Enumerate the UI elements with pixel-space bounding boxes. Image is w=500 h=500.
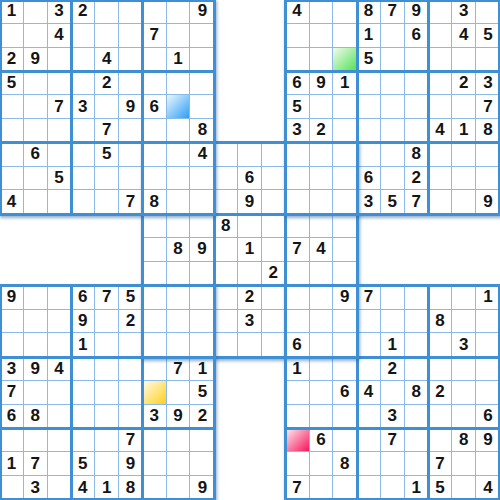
cell-top-left-r8c8[interactable]	[167, 167, 191, 191]
cell-bottom-left-r8c8[interactable]	[167, 452, 191, 476]
cell-top-left-r7c2[interactable]: 6	[24, 143, 48, 167]
cell-bottom-right-r8c2[interactable]	[310, 452, 334, 476]
cell-bottom-left-r1c4[interactable]: 6	[71, 286, 95, 310]
cell-bottom-left-r2c6[interactable]: 2	[119, 310, 143, 334]
cell-top-left-r1c9[interactable]: 9	[190, 0, 214, 24]
cell-top-left-r6c4[interactable]	[71, 119, 95, 143]
cell-top-right-r1c6[interactable]: 9	[405, 0, 429, 24]
cell-top-left-r5c2[interactable]	[24, 95, 48, 119]
cell-center-r5c3[interactable]: 9	[190, 238, 214, 262]
cell-bottom-right-r2c3[interactable]	[333, 310, 357, 334]
cell-top-right-r4c4[interactable]	[357, 71, 381, 95]
cell-top-left-r4c3[interactable]	[48, 71, 72, 95]
cell-bottom-left-r4c6[interactable]	[119, 357, 143, 381]
cell-center-r4c5[interactable]	[238, 214, 262, 238]
cell-bottom-left-r4c1[interactable]: 3	[0, 357, 24, 381]
cell-center-r6c3[interactable]	[190, 262, 214, 286]
cell-top-left-r8c3[interactable]: 5	[48, 167, 72, 191]
cell-center-r3c6[interactable]	[262, 190, 286, 214]
cell-bottom-left-r5c8[interactable]	[167, 381, 191, 405]
highlighted-cell-yellow-bottom-left-r5c7[interactable]	[143, 381, 167, 405]
cell-top-right-r5c2[interactable]	[310, 95, 334, 119]
cell-top-left-r6c3[interactable]	[48, 119, 72, 143]
cell-bottom-left-r2c8[interactable]	[167, 310, 191, 334]
cell-top-right-r1c5[interactable]: 7	[381, 0, 405, 24]
cell-bottom-right-r1c7[interactable]	[429, 286, 453, 310]
cell-bottom-left-r8c3[interactable]	[48, 452, 72, 476]
cell-top-right-r4c8[interactable]: 2	[452, 71, 476, 95]
cell-top-right-r9c7[interactable]	[429, 190, 453, 214]
cell-top-right-r7c5[interactable]	[381, 143, 405, 167]
cell-top-left-r7c5[interactable]: 5	[95, 143, 119, 167]
highlighted-cell-pink-bottom-right-r7c1[interactable]	[286, 429, 310, 453]
cell-top-right-r3c2[interactable]	[310, 48, 334, 72]
cell-center-r5c7[interactable]: 7	[286, 238, 310, 262]
cell-top-right-r3c7[interactable]	[429, 48, 453, 72]
cell-bottom-right-r9c7[interactable]: 5	[429, 476, 453, 500]
cell-center-r9c5[interactable]	[238, 333, 262, 357]
cell-bottom-left-r9c4[interactable]: 4	[71, 476, 95, 500]
cell-top-right-r1c9[interactable]	[476, 0, 500, 24]
cell-bottom-right-r3c5[interactable]: 1	[381, 333, 405, 357]
cell-bottom-left-r3c5[interactable]	[95, 333, 119, 357]
cell-bottom-right-r3c8[interactable]: 3	[452, 333, 476, 357]
cell-center-r2c4[interactable]	[214, 167, 238, 191]
cell-top-right-r8c6[interactable]: 2	[405, 167, 429, 191]
cell-bottom-left-r3c4[interactable]: 1	[71, 333, 95, 357]
cell-top-left-r7c1[interactable]	[0, 143, 24, 167]
cell-top-left-r5c6[interactable]: 9	[119, 95, 143, 119]
cell-bottom-left-r4c5[interactable]	[95, 357, 119, 381]
cell-bottom-right-r8c9[interactable]	[476, 452, 500, 476]
cell-bottom-left-r9c1[interactable]	[0, 476, 24, 500]
cell-bottom-left-r2c7[interactable]	[143, 310, 167, 334]
cell-top-left-r3c4[interactable]	[71, 48, 95, 72]
cell-bottom-left-r6c3[interactable]	[48, 405, 72, 429]
cell-center-r7c6[interactable]	[262, 286, 286, 310]
cell-top-right-r9c5[interactable]: 5	[381, 190, 405, 214]
cell-bottom-right-r3c4[interactable]	[357, 333, 381, 357]
cell-top-right-r3c4[interactable]: 5	[357, 48, 381, 72]
cell-top-right-r1c1[interactable]: 4	[286, 0, 310, 24]
cell-center-r4c4[interactable]: 8	[214, 214, 238, 238]
cell-bottom-right-r5c5[interactable]	[381, 381, 405, 405]
cell-bottom-right-r6c8[interactable]	[452, 405, 476, 429]
cell-bottom-right-r2c7[interactable]: 8	[429, 310, 453, 334]
cell-bottom-right-r8c7[interactable]: 7	[429, 452, 453, 476]
cell-top-left-r4c2[interactable]	[24, 71, 48, 95]
cell-bottom-right-r6c7[interactable]	[429, 405, 453, 429]
cell-bottom-left-r4c9[interactable]: 1	[190, 357, 214, 381]
cell-bottom-right-r8c5[interactable]	[381, 452, 405, 476]
cell-top-left-r6c9[interactable]: 8	[190, 119, 214, 143]
cell-bottom-left-r7c7[interactable]	[143, 429, 167, 453]
cell-top-right-r7c8[interactable]	[452, 143, 476, 167]
cell-bottom-right-r5c2[interactable]	[310, 381, 334, 405]
cell-bottom-left-r8c4[interactable]: 5	[71, 452, 95, 476]
cell-bottom-right-r9c8[interactable]	[452, 476, 476, 500]
cell-center-r6c8[interactable]	[310, 262, 334, 286]
cell-center-r1c6[interactable]	[262, 143, 286, 167]
cell-top-left-r6c5[interactable]: 7	[95, 119, 119, 143]
cell-bottom-left-r3c6[interactable]	[119, 333, 143, 357]
cell-top-right-r5c5[interactable]	[381, 95, 405, 119]
cell-top-left-r1c8[interactable]	[167, 0, 191, 24]
cell-bottom-right-r2c1[interactable]	[286, 310, 310, 334]
cell-top-right-r7c4[interactable]	[357, 143, 381, 167]
cell-top-right-r8c2[interactable]	[310, 167, 334, 191]
cell-center-r3c4[interactable]	[214, 190, 238, 214]
cell-bottom-left-r3c1[interactable]	[0, 333, 24, 357]
cell-top-right-r8c1[interactable]	[286, 167, 310, 191]
cell-bottom-left-r9c9[interactable]: 9	[190, 476, 214, 500]
cell-bottom-right-r5c9[interactable]	[476, 381, 500, 405]
cell-top-left-r3c2[interactable]: 9	[24, 48, 48, 72]
cell-top-right-r4c7[interactable]	[429, 71, 453, 95]
cell-top-right-r2c8[interactable]: 4	[452, 24, 476, 48]
cell-bottom-right-r6c4[interactable]	[357, 405, 381, 429]
cell-bottom-left-r7c8[interactable]	[167, 429, 191, 453]
cell-center-r7c5[interactable]: 2	[238, 286, 262, 310]
cell-top-left-r1c1[interactable]: 1	[0, 0, 24, 24]
cell-bottom-right-r8c8[interactable]	[452, 452, 476, 476]
cell-top-left-r1c3[interactable]: 3	[48, 0, 72, 24]
cell-bottom-right-r9c1[interactable]: 7	[286, 476, 310, 500]
cell-bottom-left-r1c1[interactable]: 9	[0, 286, 24, 310]
cell-bottom-right-r1c8[interactable]	[452, 286, 476, 310]
cell-center-r6c7[interactable]	[286, 262, 310, 286]
cell-bottom-left-r6c4[interactable]	[71, 405, 95, 429]
cell-bottom-right-r9c9[interactable]: 4	[476, 476, 500, 500]
cell-bottom-right-r3c2[interactable]	[310, 333, 334, 357]
cell-bottom-left-r2c2[interactable]	[24, 310, 48, 334]
cell-bottom-right-r7c9[interactable]: 9	[476, 429, 500, 453]
cell-top-right-r1c7[interactable]	[429, 0, 453, 24]
cell-top-right-r1c2[interactable]	[310, 0, 334, 24]
cell-bottom-right-r4c6[interactable]	[405, 357, 429, 381]
cell-top-left-r6c1[interactable]	[0, 119, 24, 143]
cell-top-right-r4c2[interactable]: 9	[310, 71, 334, 95]
cell-top-right-r9c6[interactable]: 7	[405, 190, 429, 214]
cell-top-right-r2c5[interactable]	[381, 24, 405, 48]
cell-bottom-right-r6c6[interactable]	[405, 405, 429, 429]
cell-top-right-r2c2[interactable]	[310, 24, 334, 48]
cell-bottom-left-r2c4[interactable]: 9	[71, 310, 95, 334]
cell-center-r6c5[interactable]	[238, 262, 262, 286]
cell-top-left-r2c2[interactable]	[24, 24, 48, 48]
cell-bottom-right-r4c1[interactable]: 1	[286, 357, 310, 381]
cell-center-r8c5[interactable]: 3	[238, 310, 262, 334]
cell-top-right-r9c2[interactable]	[310, 190, 334, 214]
cell-center-r5c8[interactable]: 4	[310, 238, 334, 262]
cell-top-left-r2c6[interactable]	[119, 24, 143, 48]
cell-bottom-left-r7c3[interactable]	[48, 429, 72, 453]
cell-top-left-r8c7[interactable]	[143, 167, 167, 191]
cell-top-right-r5c8[interactable]	[452, 95, 476, 119]
cell-top-right-r7c1[interactable]	[286, 143, 310, 167]
cell-bottom-left-r1c3[interactable]	[48, 286, 72, 310]
cell-top-right-r3c5[interactable]	[381, 48, 405, 72]
cell-top-right-r7c9[interactable]	[476, 143, 500, 167]
cell-bottom-right-r8c1[interactable]	[286, 452, 310, 476]
cell-bottom-left-r6c7[interactable]: 3	[143, 405, 167, 429]
cell-top-left-r7c7[interactable]	[143, 143, 167, 167]
cell-bottom-right-r5c7[interactable]: 2	[429, 381, 453, 405]
cell-center-r8c4[interactable]	[214, 310, 238, 334]
cell-top-left-r1c2[interactable]	[24, 0, 48, 24]
cell-center-r8c6[interactable]	[262, 310, 286, 334]
cell-top-left-r7c6[interactable]	[119, 143, 143, 167]
cell-top-left-r8c2[interactable]	[24, 167, 48, 191]
cell-center-r4c8[interactable]	[310, 214, 334, 238]
cell-bottom-left-r7c5[interactable]	[95, 429, 119, 453]
cell-top-right-r6c2[interactable]: 2	[310, 119, 334, 143]
cell-top-left-r4c1[interactable]: 5	[0, 71, 24, 95]
cell-top-right-r5c4[interactable]	[357, 95, 381, 119]
cell-top-left-r9c4[interactable]	[71, 190, 95, 214]
cell-bottom-left-r6c2[interactable]: 8	[24, 405, 48, 429]
cell-top-left-r6c8[interactable]	[167, 119, 191, 143]
cell-top-right-r7c7[interactable]	[429, 143, 453, 167]
cell-bottom-left-r2c1[interactable]	[0, 310, 24, 334]
cell-bottom-right-r2c5[interactable]	[381, 310, 405, 334]
cell-bottom-left-r4c2[interactable]: 9	[24, 357, 48, 381]
cell-bottom-left-r2c3[interactable]	[48, 310, 72, 334]
cell-top-left-r2c1[interactable]	[0, 24, 24, 48]
cell-top-right-r7c2[interactable]	[310, 143, 334, 167]
cell-bottom-right-r6c2[interactable]	[310, 405, 334, 429]
cell-top-left-r9c3[interactable]	[48, 190, 72, 214]
cell-top-right-r3c6[interactable]	[405, 48, 429, 72]
cell-center-r6c2[interactable]	[167, 262, 191, 286]
cell-bottom-left-r5c5[interactable]	[95, 381, 119, 405]
cell-top-left-r5c9[interactable]	[190, 95, 214, 119]
cell-top-right-r3c9[interactable]	[476, 48, 500, 72]
cell-top-right-r2c7[interactable]	[429, 24, 453, 48]
cell-top-left-r5c4[interactable]: 3	[71, 95, 95, 119]
cell-top-left-r2c3[interactable]: 4	[48, 24, 72, 48]
cell-top-left-r1c4[interactable]: 2	[71, 0, 95, 24]
cell-top-right-r5c6[interactable]	[405, 95, 429, 119]
cell-top-right-r4c1[interactable]: 6	[286, 71, 310, 95]
cell-bottom-right-r1c2[interactable]	[310, 286, 334, 310]
cell-top-left-r4c6[interactable]	[119, 71, 143, 95]
cell-bottom-left-r3c7[interactable]	[143, 333, 167, 357]
cell-top-left-r3c6[interactable]	[119, 48, 143, 72]
cell-bottom-left-r8c7[interactable]	[143, 452, 167, 476]
cell-top-left-r5c5[interactable]	[95, 95, 119, 119]
cell-bottom-right-r3c6[interactable]	[405, 333, 429, 357]
cell-bottom-right-r1c3[interactable]: 9	[333, 286, 357, 310]
cell-top-right-r6c6[interactable]	[405, 119, 429, 143]
cell-bottom-right-r7c7[interactable]	[429, 429, 453, 453]
cell-bottom-left-r1c2[interactable]	[24, 286, 48, 310]
cell-bottom-left-r5c6[interactable]	[119, 381, 143, 405]
cell-bottom-left-r9c6[interactable]: 8	[119, 476, 143, 500]
cell-top-right-r4c3[interactable]: 1	[333, 71, 357, 95]
cell-top-left-r5c7[interactable]: 6	[143, 95, 167, 119]
cell-top-right-r5c1[interactable]: 5	[286, 95, 310, 119]
cell-top-left-r8c1[interactable]	[0, 167, 24, 191]
cell-bottom-right-r6c1[interactable]	[286, 405, 310, 429]
cell-top-left-r8c4[interactable]	[71, 167, 95, 191]
cell-top-left-r9c9[interactable]	[190, 190, 214, 214]
cell-bottom-left-r7c1[interactable]	[0, 429, 24, 453]
cell-bottom-right-r9c2[interactable]	[310, 476, 334, 500]
cell-bottom-left-r1c8[interactable]	[167, 286, 191, 310]
cell-top-right-r9c3[interactable]	[333, 190, 357, 214]
cell-bottom-right-r4c9[interactable]	[476, 357, 500, 381]
cell-center-r4c3[interactable]	[190, 214, 214, 238]
cell-bottom-left-r8c6[interactable]: 9	[119, 452, 143, 476]
highlighted-cell-green-top-right-r3c3[interactable]	[333, 48, 357, 72]
cell-top-left-r9c5[interactable]	[95, 190, 119, 214]
cell-top-right-r1c8[interactable]: 3	[452, 0, 476, 24]
cell-center-r5c2[interactable]: 8	[167, 238, 191, 262]
cell-bottom-right-r1c9[interactable]: 1	[476, 286, 500, 310]
cell-top-right-r6c5[interactable]	[381, 119, 405, 143]
cell-bottom-right-r4c4[interactable]	[357, 357, 381, 381]
cell-top-right-r2c6[interactable]: 6	[405, 24, 429, 48]
cell-bottom-right-r1c6[interactable]	[405, 286, 429, 310]
cell-bottom-left-r6c5[interactable]	[95, 405, 119, 429]
cell-bottom-left-r4c4[interactable]	[71, 357, 95, 381]
cell-top-right-r7c6[interactable]: 8	[405, 143, 429, 167]
cell-top-right-r6c4[interactable]	[357, 119, 381, 143]
cell-top-left-r4c4[interactable]	[71, 71, 95, 95]
cell-bottom-right-r8c4[interactable]	[357, 452, 381, 476]
cell-top-right-r5c9[interactable]: 7	[476, 95, 500, 119]
cell-bottom-left-r7c6[interactable]: 7	[119, 429, 143, 453]
cell-bottom-right-r1c4[interactable]: 7	[357, 286, 381, 310]
cell-bottom-right-r3c3[interactable]	[333, 333, 357, 357]
cell-top-left-r4c9[interactable]	[190, 71, 214, 95]
cell-bottom-right-r3c7[interactable]	[429, 333, 453, 357]
cell-top-right-r1c3[interactable]	[333, 0, 357, 24]
cell-top-right-r6c7[interactable]: 4	[429, 119, 453, 143]
cell-bottom-right-r9c4[interactable]	[357, 476, 381, 500]
cell-top-left-r7c9[interactable]: 4	[190, 143, 214, 167]
cell-bottom-left-r6c8[interactable]: 9	[167, 405, 191, 429]
cell-bottom-right-r5c6[interactable]: 8	[405, 381, 429, 405]
cell-center-r4c7[interactable]	[286, 214, 310, 238]
cell-top-right-r7c3[interactable]	[333, 143, 357, 167]
cell-bottom-right-r1c1[interactable]	[286, 286, 310, 310]
cell-bottom-right-r3c9[interactable]	[476, 333, 500, 357]
cell-center-r4c2[interactable]	[167, 214, 191, 238]
cell-top-left-r2c9[interactable]	[190, 24, 214, 48]
cell-bottom-right-r4c3[interactable]	[333, 357, 357, 381]
cell-bottom-right-r6c9[interactable]: 6	[476, 405, 500, 429]
cell-bottom-left-r8c2[interactable]: 7	[24, 452, 48, 476]
cell-bottom-left-r7c4[interactable]	[71, 429, 95, 453]
cell-center-r5c4[interactable]	[214, 238, 238, 262]
cell-bottom-right-r8c6[interactable]	[405, 452, 429, 476]
cell-top-left-r3c8[interactable]: 1	[167, 48, 191, 72]
cell-bottom-right-r4c5[interactable]: 2	[381, 357, 405, 381]
cell-top-right-r9c9[interactable]: 9	[476, 190, 500, 214]
cell-top-left-r9c8[interactable]	[167, 190, 191, 214]
cell-bottom-left-r1c6[interactable]: 5	[119, 286, 143, 310]
cell-bottom-right-r2c6[interactable]	[405, 310, 429, 334]
cell-top-right-r5c7[interactable]	[429, 95, 453, 119]
cell-top-right-r6c9[interactable]: 8	[476, 119, 500, 143]
cell-top-left-r7c3[interactable]	[48, 143, 72, 167]
cell-bottom-left-r5c1[interactable]: 7	[0, 381, 24, 405]
cell-bottom-left-r5c9[interactable]: 5	[190, 381, 214, 405]
cell-top-left-r2c5[interactable]	[95, 24, 119, 48]
cell-center-r6c1[interactable]	[143, 262, 167, 286]
cell-top-right-r8c5[interactable]	[381, 167, 405, 191]
cell-top-left-r3c7[interactable]	[143, 48, 167, 72]
cell-top-left-r9c7[interactable]: 8	[143, 190, 167, 214]
cell-top-right-r4c9[interactable]: 3	[476, 71, 500, 95]
cell-top-right-r8c8[interactable]	[452, 167, 476, 191]
cell-top-left-r8c5[interactable]	[95, 167, 119, 191]
cell-bottom-right-r8c3[interactable]: 8	[333, 452, 357, 476]
cell-top-left-r1c6[interactable]	[119, 0, 143, 24]
cell-bottom-right-r5c3[interactable]: 6	[333, 381, 357, 405]
cell-center-r5c6[interactable]	[262, 238, 286, 262]
cell-top-left-r3c5[interactable]: 4	[95, 48, 119, 72]
cell-top-left-r7c8[interactable]	[167, 143, 191, 167]
cell-top-left-r4c7[interactable]	[143, 71, 167, 95]
cell-bottom-left-r9c3[interactable]	[48, 476, 72, 500]
cell-top-left-r1c7[interactable]	[143, 0, 167, 24]
cell-bottom-left-r8c9[interactable]	[190, 452, 214, 476]
cell-bottom-left-r3c9[interactable]	[190, 333, 214, 357]
cell-bottom-left-r9c2[interactable]: 3	[24, 476, 48, 500]
cell-bottom-left-r5c2[interactable]	[24, 381, 48, 405]
cell-center-r2c6[interactable]	[262, 167, 286, 191]
cell-top-right-r3c8[interactable]	[452, 48, 476, 72]
cell-top-right-r3c1[interactable]	[286, 48, 310, 72]
cell-bottom-right-r9c6[interactable]: 1	[405, 476, 429, 500]
cell-top-left-r2c4[interactable]	[71, 24, 95, 48]
cell-bottom-right-r3c1[interactable]: 6	[286, 333, 310, 357]
cell-bottom-right-r7c2[interactable]: 6	[310, 429, 334, 453]
cell-top-right-r9c4[interactable]: 3	[357, 190, 381, 214]
cell-bottom-right-r7c5[interactable]: 7	[381, 429, 405, 453]
cell-top-left-r6c7[interactable]	[143, 119, 167, 143]
cell-top-right-r6c8[interactable]: 1	[452, 119, 476, 143]
cell-center-r2c5[interactable]: 6	[238, 167, 262, 191]
cell-top-right-r4c6[interactable]	[405, 71, 429, 95]
cell-bottom-right-r9c5[interactable]	[381, 476, 405, 500]
cell-bottom-right-r2c4[interactable]	[357, 310, 381, 334]
cell-bottom-right-r7c3[interactable]	[333, 429, 357, 453]
cell-top-left-r4c8[interactable]	[167, 71, 191, 95]
cell-top-left-r8c6[interactable]	[119, 167, 143, 191]
cell-bottom-left-r8c1[interactable]: 1	[0, 452, 24, 476]
cell-bottom-right-r4c8[interactable]	[452, 357, 476, 381]
cell-bottom-right-r4c2[interactable]	[310, 357, 334, 381]
cell-top-left-r9c2[interactable]	[24, 190, 48, 214]
cell-bottom-left-r6c9[interactable]: 2	[190, 405, 214, 429]
cell-bottom-left-r5c3[interactable]	[48, 381, 72, 405]
cell-top-right-r9c1[interactable]	[286, 190, 310, 214]
cell-top-right-r4c5[interactable]	[381, 71, 405, 95]
cell-bottom-left-r9c8[interactable]	[167, 476, 191, 500]
cell-top-left-r5c1[interactable]	[0, 95, 24, 119]
cell-bottom-right-r6c3[interactable]	[333, 405, 357, 429]
cell-bottom-left-r3c3[interactable]	[48, 333, 72, 357]
cell-bottom-right-r7c8[interactable]: 8	[452, 429, 476, 453]
cell-bottom-left-r3c2[interactable]	[24, 333, 48, 357]
cell-top-left-r6c2[interactable]	[24, 119, 48, 143]
cell-bottom-right-r6c5[interactable]: 3	[381, 405, 405, 429]
cell-top-left-r3c3[interactable]	[48, 48, 72, 72]
